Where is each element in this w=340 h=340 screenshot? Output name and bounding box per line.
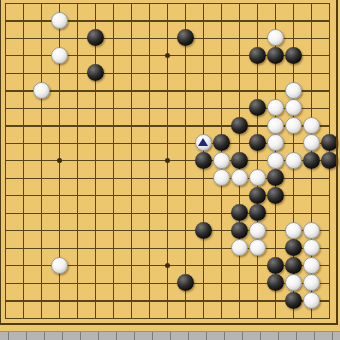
intersection-qd[interactable] [284,47,302,65]
intersection-hq[interactable] [122,274,140,292]
intersection-pg[interactable] [266,99,284,117]
intersection-dg[interactable] [50,99,68,117]
intersection-jg[interactable] [158,99,176,117]
intersection-ai[interactable] [0,134,14,152]
intersection-if[interactable] [140,82,158,100]
intersection-bi[interactable] [14,134,32,152]
intersection-oi[interactable] [248,134,266,152]
intersection-li[interactable] [194,134,212,152]
intersection-an[interactable] [0,222,14,240]
intersection-pn[interactable] [266,222,284,240]
intersection-ci[interactable] [32,134,50,152]
intersection-pp[interactable] [266,257,284,275]
intersection-ap[interactable] [0,257,14,275]
intersection-oq[interactable] [248,274,266,292]
intersection-bq[interactable] [14,274,32,292]
intersection-gb[interactable] [104,12,122,30]
intersection-en[interactable] [68,222,86,240]
intersection-ne[interactable] [230,64,248,82]
intersection-ak[interactable] [0,169,14,187]
intersection-oh[interactable] [248,117,266,135]
intersection-gr[interactable] [104,292,122,310]
intersection-qc[interactable] [284,29,302,47]
intersection-ra[interactable] [302,0,320,12]
intersection-dp[interactable] [50,257,68,275]
intersection-nq[interactable] [230,274,248,292]
intersection-kg[interactable] [176,99,194,117]
intersection-lm[interactable] [194,204,212,222]
intersection-lg[interactable] [194,99,212,117]
intersection-oc[interactable] [248,29,266,47]
intersection-jb[interactable] [158,12,176,30]
intersection-qg[interactable] [284,99,302,117]
intersection-hr[interactable] [122,292,140,310]
intersection-cj[interactable] [32,152,50,170]
intersection-le[interactable] [194,64,212,82]
intersection-ke[interactable] [176,64,194,82]
intersection-kk[interactable] [176,169,194,187]
intersection-hh[interactable] [122,117,140,135]
intersection-rh[interactable] [302,117,320,135]
intersection-lj[interactable] [194,152,212,170]
intersection-pk[interactable] [266,169,284,187]
intersection-fp[interactable] [86,257,104,275]
intersection-ml[interactable] [212,187,230,205]
intersection-ko[interactable] [176,239,194,257]
intersection-pf[interactable] [266,82,284,100]
intersection-on[interactable] [248,222,266,240]
intersection-oe[interactable] [248,64,266,82]
intersection-ip[interactable] [140,257,158,275]
intersection-fc[interactable] [86,29,104,47]
intersection-bg[interactable] [14,99,32,117]
intersection-rb[interactable] [302,12,320,30]
intersection-rk[interactable] [302,169,320,187]
intersection-og[interactable] [248,99,266,117]
intersection-hm[interactable] [122,204,140,222]
intersection-ef[interactable] [68,82,86,100]
intersection-mh[interactable] [212,117,230,135]
intersection-qf[interactable] [284,82,302,100]
intersection-lo[interactable] [194,239,212,257]
intersection-nm[interactable] [230,204,248,222]
intersection-ob[interactable] [248,12,266,30]
intersection-ji[interactable] [158,134,176,152]
intersection-dk[interactable] [50,169,68,187]
intersection-iq[interactable] [140,274,158,292]
intersection-mr[interactable] [212,292,230,310]
intersection-hf[interactable] [122,82,140,100]
intersection-ao[interactable] [0,239,14,257]
intersection-eb[interactable] [68,12,86,30]
intersection-bl[interactable] [14,187,32,205]
intersection-go[interactable] [104,239,122,257]
intersection-fn[interactable] [86,222,104,240]
intersection-op[interactable] [248,257,266,275]
intersection-rc[interactable] [302,29,320,47]
intersection-ae[interactable] [0,64,14,82]
intersection-mc[interactable] [212,29,230,47]
intersection-lh[interactable] [194,117,212,135]
intersection-lp[interactable] [194,257,212,275]
intersection-dj[interactable] [50,152,68,170]
intersection-ar[interactable] [0,292,14,310]
intersection-al[interactable] [0,187,14,205]
intersection-pr[interactable] [266,292,284,310]
intersection-aq[interactable] [0,274,14,292]
intersection-rr[interactable] [302,292,320,310]
intersection-cn[interactable] [32,222,50,240]
intersection-ic[interactable] [140,29,158,47]
intersection-br[interactable] [14,292,32,310]
intersection-cg[interactable] [32,99,50,117]
intersection-er[interactable] [68,292,86,310]
intersection-ck[interactable] [32,169,50,187]
intersection-lq[interactable] [194,274,212,292]
intersection-gj[interactable] [104,152,122,170]
intersection-jc[interactable] [158,29,176,47]
intersection-hd[interactable] [122,47,140,65]
intersection-fa[interactable] [86,0,104,12]
intersection-ie[interactable] [140,64,158,82]
intersection-pq[interactable] [266,274,284,292]
intersection-ik[interactable] [140,169,158,187]
intersection-lr[interactable] [194,292,212,310]
intersection-kp[interactable] [176,257,194,275]
intersection-ir[interactable] [140,292,158,310]
intersection-bb[interactable] [14,12,32,30]
intersection-jd[interactable] [158,47,176,65]
intersection-pj[interactable] [266,152,284,170]
intersection-qa[interactable] [284,0,302,12]
intersection-mp[interactable] [212,257,230,275]
intersection-eh[interactable] [68,117,86,135]
intersection-oo[interactable] [248,239,266,257]
intersection-rq[interactable] [302,274,320,292]
intersection-gq[interactable] [104,274,122,292]
intersection-hl[interactable] [122,187,140,205]
intersection-nn[interactable] [230,222,248,240]
intersection-ln[interactable] [194,222,212,240]
intersection-fo[interactable] [86,239,104,257]
intersection-mq[interactable] [212,274,230,292]
intersection-hc[interactable] [122,29,140,47]
intersection-mm[interactable] [212,204,230,222]
intersection-ka[interactable] [176,0,194,12]
intersection-ea[interactable] [68,0,86,12]
intersection-pa[interactable] [266,0,284,12]
intersection-am[interactable] [0,204,14,222]
intersection-dr[interactable] [50,292,68,310]
intersection-db[interactable] [50,12,68,30]
intersection-ad[interactable] [0,47,14,65]
intersection-qp[interactable] [284,257,302,275]
intersection-im[interactable] [140,204,158,222]
intersection-nh[interactable] [230,117,248,135]
intersection-or[interactable] [248,292,266,310]
intersection-kb[interactable] [176,12,194,30]
intersection-hi[interactable] [122,134,140,152]
intersection-nb[interactable] [230,12,248,30]
intersection-cm[interactable] [32,204,50,222]
intersection-aa[interactable] [0,0,14,12]
intersection-ee[interactable] [68,64,86,82]
intersection-lc[interactable] [194,29,212,47]
intersection-io[interactable] [140,239,158,257]
intersection-in[interactable] [140,222,158,240]
intersection-fr[interactable] [86,292,104,310]
intersection-jo[interactable] [158,239,176,257]
intersection-mg[interactable] [212,99,230,117]
intersection-he[interactable] [122,64,140,82]
intersection-ma[interactable] [212,0,230,12]
intersection-ok[interactable] [248,169,266,187]
intersection-kr[interactable] [176,292,194,310]
intersection-po[interactable] [266,239,284,257]
intersection-df[interactable] [50,82,68,100]
intersection-ia[interactable] [140,0,158,12]
intersection-jq[interactable] [158,274,176,292]
intersection-pb[interactable] [266,12,284,30]
intersection-ni[interactable] [230,134,248,152]
intersection-rp[interactable] [302,257,320,275]
intersection-ld[interactable] [194,47,212,65]
intersection-dm[interactable] [50,204,68,222]
intersection-ce[interactable] [32,64,50,82]
intersection-gk[interactable] [104,169,122,187]
intersection-fh[interactable] [86,117,104,135]
intersection-qb[interactable] [284,12,302,30]
intersection-ro[interactable] [302,239,320,257]
intersection-hk[interactable] [122,169,140,187]
intersection-ei[interactable] [68,134,86,152]
intersection-hj[interactable] [122,152,140,170]
intersection-ek[interactable] [68,169,86,187]
intersection-nf[interactable] [230,82,248,100]
intersection-nk[interactable] [230,169,248,187]
intersection-bj[interactable] [14,152,32,170]
intersection-qq[interactable] [284,274,302,292]
intersection-mb[interactable] [212,12,230,30]
intersection-dd[interactable] [50,47,68,65]
intersection-ij[interactable] [140,152,158,170]
intersection-qe[interactable] [284,64,302,82]
intersection-jp[interactable] [158,257,176,275]
intersection-gp[interactable] [104,257,122,275]
intersection-re[interactable] [302,64,320,82]
intersection-kh[interactable] [176,117,194,135]
intersection-na[interactable] [230,0,248,12]
intersection-ja[interactable] [158,0,176,12]
intersection-oj[interactable] [248,152,266,170]
intersection-cr[interactable] [32,292,50,310]
intersection-aj[interactable] [0,152,14,170]
intersection-oa[interactable] [248,0,266,12]
intersection-gf[interactable] [104,82,122,100]
intersection-rm[interactable] [302,204,320,222]
intersection-lk[interactable] [194,169,212,187]
intersection-cf[interactable] [32,82,50,100]
intersection-ho[interactable] [122,239,140,257]
intersection-qi[interactable] [284,134,302,152]
intersection-ab[interactable] [0,12,14,30]
intersection-ep[interactable] [68,257,86,275]
intersection-af[interactable] [0,82,14,100]
intersection-me[interactable] [212,64,230,82]
intersection-hn[interactable] [122,222,140,240]
intersection-ag[interactable] [0,99,14,117]
intersection-ch[interactable] [32,117,50,135]
intersection-di[interactable] [50,134,68,152]
intersection-kl[interactable] [176,187,194,205]
intersection-gh[interactable] [104,117,122,135]
intersection-je[interactable] [158,64,176,82]
intersection-ph[interactable] [266,117,284,135]
intersection-rg[interactable] [302,99,320,117]
intersection-rj[interactable] [302,152,320,170]
intersection-rd[interactable] [302,47,320,65]
intersection-ig[interactable] [140,99,158,117]
intersection-cq[interactable] [32,274,50,292]
intersection-kd[interactable] [176,47,194,65]
intersection-jl[interactable] [158,187,176,205]
intersection-ac[interactable] [0,29,14,47]
intersection-pc[interactable] [266,29,284,47]
intersection-ca[interactable] [32,0,50,12]
intersection-cp[interactable] [32,257,50,275]
intersection-gc[interactable] [104,29,122,47]
intersection-el[interactable] [68,187,86,205]
intersection-ga[interactable] [104,0,122,12]
intersection-il[interactable] [140,187,158,205]
intersection-pe[interactable] [266,64,284,82]
intersection-dc[interactable] [50,29,68,47]
intersection-ri[interactable] [302,134,320,152]
intersection-np[interactable] [230,257,248,275]
intersection-jn[interactable] [158,222,176,240]
intersection-rf[interactable] [302,82,320,100]
intersection-rn[interactable] [302,222,320,240]
intersection-mf[interactable] [212,82,230,100]
intersection-dq[interactable] [50,274,68,292]
intersection-bm[interactable] [14,204,32,222]
intersection-dh[interactable] [50,117,68,135]
intersection-ol[interactable] [248,187,266,205]
intersection-bn[interactable] [14,222,32,240]
intersection-gd[interactable] [104,47,122,65]
intersection-bc[interactable] [14,29,32,47]
intersection-kj[interactable] [176,152,194,170]
intersection-ng[interactable] [230,99,248,117]
intersection-fg[interactable] [86,99,104,117]
intersection-qn[interactable] [284,222,302,240]
intersection-kn[interactable] [176,222,194,240]
intersection-nl[interactable] [230,187,248,205]
intersection-nc[interactable] [230,29,248,47]
intersection-hp[interactable] [122,257,140,275]
intersection-md[interactable] [212,47,230,65]
intersection-qh[interactable] [284,117,302,135]
intersection-of[interactable] [248,82,266,100]
intersection-do[interactable] [50,239,68,257]
intersection-be[interactable] [14,64,32,82]
intersection-ih[interactable] [140,117,158,135]
intersection-kf[interactable] [176,82,194,100]
intersection-mk[interactable] [212,169,230,187]
intersection-rl[interactable] [302,187,320,205]
intersection-la[interactable] [194,0,212,12]
intersection-ql[interactable] [284,187,302,205]
intersection-mn[interactable] [212,222,230,240]
intersection-jf[interactable] [158,82,176,100]
intersection-dn[interactable] [50,222,68,240]
intersection-pl[interactable] [266,187,284,205]
intersection-bk[interactable] [14,169,32,187]
intersection-gi[interactable] [104,134,122,152]
intersection-em[interactable] [68,204,86,222]
intersection-hg[interactable] [122,99,140,117]
intersection-ki[interactable] [176,134,194,152]
intersection-bo[interactable] [14,239,32,257]
intersection-cc[interactable] [32,29,50,47]
intersection-qr[interactable] [284,292,302,310]
intersection-bp[interactable] [14,257,32,275]
intersection-km[interactable] [176,204,194,222]
intersection-jm[interactable] [158,204,176,222]
intersection-fe[interactable] [86,64,104,82]
intersection-de[interactable] [50,64,68,82]
intersection-jj[interactable] [158,152,176,170]
intersection-dl[interactable] [50,187,68,205]
intersection-nr[interactable] [230,292,248,310]
intersection-bf[interactable] [14,82,32,100]
intersection-id[interactable] [140,47,158,65]
intersection-eo[interactable] [68,239,86,257]
intersection-om[interactable] [248,204,266,222]
intersection-ba[interactable] [14,0,32,12]
intersection-bd[interactable] [14,47,32,65]
intersection-nj[interactable] [230,152,248,170]
intersection-gm[interactable] [104,204,122,222]
intersection-qj[interactable] [284,152,302,170]
intersection-jk[interactable] [158,169,176,187]
intersection-bh[interactable] [14,117,32,135]
intersection-ed[interactable] [68,47,86,65]
intersection-ej[interactable] [68,152,86,170]
intersection-qm[interactable] [284,204,302,222]
intersection-jr[interactable] [158,292,176,310]
intersection-hb[interactable] [122,12,140,30]
intersection-fj[interactable] [86,152,104,170]
intersection-co[interactable] [32,239,50,257]
intersection-eq[interactable] [68,274,86,292]
intersection-ha[interactable] [122,0,140,12]
intersection-lf[interactable] [194,82,212,100]
intersection-jh[interactable] [158,117,176,135]
intersection-ec[interactable] [68,29,86,47]
intersection-pd[interactable] [266,47,284,65]
intersection-kq[interactable] [176,274,194,292]
intersection-eg[interactable] [68,99,86,117]
intersection-mi[interactable] [212,134,230,152]
intersection-fq[interactable] [86,274,104,292]
intersection-gg[interactable] [104,99,122,117]
intersection-gn[interactable] [104,222,122,240]
intersection-fd[interactable] [86,47,104,65]
intersection-nd[interactable] [230,47,248,65]
intersection-ff[interactable] [86,82,104,100]
intersection-cl[interactable] [32,187,50,205]
